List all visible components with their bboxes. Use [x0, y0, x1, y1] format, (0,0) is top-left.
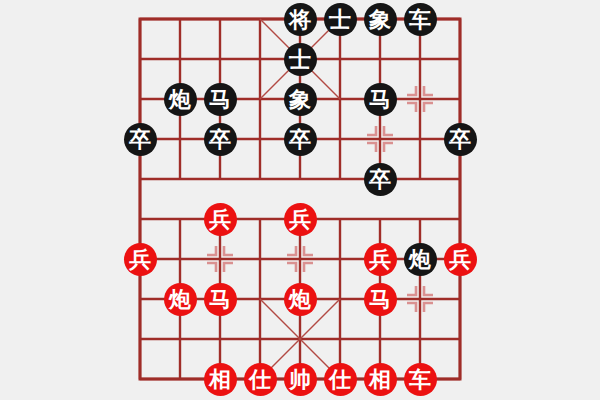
red-cannon[interactable]: 炮	[284, 283, 317, 316]
black-soldier[interactable]: 卒	[204, 123, 237, 156]
black-soldier[interactable]: 卒	[124, 123, 157, 156]
black-chariot[interactable]: 车	[404, 3, 437, 36]
black-soldier[interactable]: 卒	[364, 163, 397, 196]
black-cannon[interactable]: 炮	[164, 83, 197, 116]
black-horse[interactable]: 马	[204, 83, 237, 116]
red-soldier[interactable]: 兵	[364, 243, 397, 276]
xiangqi-board[interactable]: 将士士象象车马马炮炮卒卒卒卒卒帅仕仕相相车马马炮炮兵兵兵兵兵	[0, 0, 600, 400]
red-soldier[interactable]: 兵	[204, 203, 237, 236]
red-advisor[interactable]: 仕	[244, 363, 277, 396]
black-horse[interactable]: 马	[364, 83, 397, 116]
red-general[interactable]: 帅	[284, 363, 317, 396]
black-elephant[interactable]: 象	[284, 83, 317, 116]
red-horse[interactable]: 马	[364, 283, 397, 316]
black-elephant[interactable]: 象	[364, 3, 397, 36]
red-horse[interactable]: 马	[204, 283, 237, 316]
red-soldier[interactable]: 兵	[124, 243, 157, 276]
red-elephant[interactable]: 相	[204, 363, 237, 396]
black-general[interactable]: 将	[284, 3, 317, 36]
red-elephant[interactable]: 相	[364, 363, 397, 396]
black-soldier[interactable]: 卒	[444, 123, 477, 156]
black-advisor[interactable]: 士	[324, 3, 357, 36]
red-chariot[interactable]: 车	[404, 363, 437, 396]
red-soldier[interactable]: 兵	[444, 243, 477, 276]
red-soldier[interactable]: 兵	[284, 203, 317, 236]
red-advisor[interactable]: 仕	[324, 363, 357, 396]
black-cannon[interactable]: 炮	[404, 243, 437, 276]
black-soldier[interactable]: 卒	[284, 123, 317, 156]
black-advisor[interactable]: 士	[284, 43, 317, 76]
red-cannon[interactable]: 炮	[164, 283, 197, 316]
